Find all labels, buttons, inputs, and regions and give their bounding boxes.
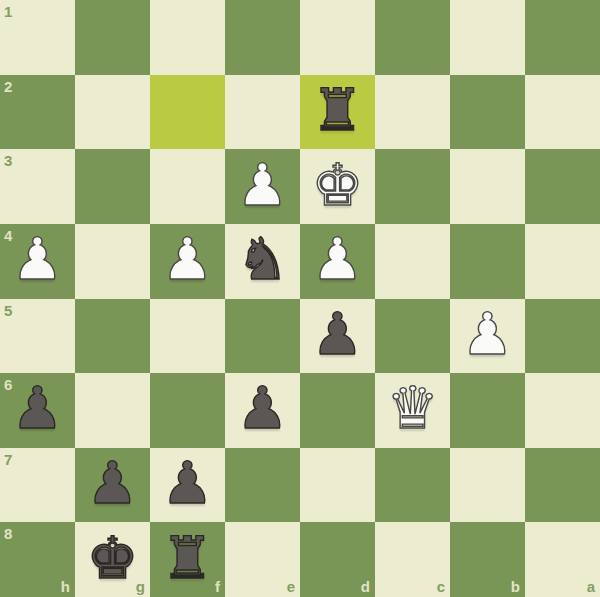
rank-label-1: 1 [4, 4, 12, 19]
piece-white-pawn-h4[interactable]: ♟ [12, 230, 64, 288]
rank-label-3: 3 [4, 153, 12, 168]
square-a8[interactable]: a [525, 522, 600, 597]
square-c2[interactable] [375, 75, 450, 150]
square-f5[interactable] [150, 299, 225, 374]
piece-black-pawn-f7[interactable]: ♟ [162, 454, 214, 512]
square-e2[interactable] [225, 75, 300, 150]
square-c1[interactable] [375, 0, 450, 75]
square-e4[interactable]: ♞ [225, 224, 300, 299]
file-label-e: e [287, 579, 295, 594]
file-label-b: b [511, 579, 520, 594]
square-h4[interactable]: 4♟ [0, 224, 75, 299]
square-d4[interactable]: ♟ [300, 224, 375, 299]
square-g2[interactable] [75, 75, 150, 150]
piece-black-rook-f8[interactable]: ♜ [162, 529, 214, 587]
square-d2[interactable]: ♜ [300, 75, 375, 150]
square-f1[interactable] [150, 0, 225, 75]
square-b5[interactable]: ♟ [450, 299, 525, 374]
piece-white-pawn-f4[interactable]: ♟ [162, 230, 214, 288]
square-g3[interactable] [75, 149, 150, 224]
rank-label-5: 5 [4, 303, 12, 318]
square-c3[interactable] [375, 149, 450, 224]
square-a4[interactable] [525, 224, 600, 299]
square-g5[interactable] [75, 299, 150, 374]
square-b7[interactable] [450, 448, 525, 523]
square-b3[interactable] [450, 149, 525, 224]
square-h3[interactable]: 3 [0, 149, 75, 224]
square-b8[interactable]: b [450, 522, 525, 597]
square-b6[interactable] [450, 373, 525, 448]
square-a3[interactable] [525, 149, 600, 224]
piece-black-pawn-d5[interactable]: ♟ [312, 305, 364, 363]
square-e6[interactable]: ♟ [225, 373, 300, 448]
square-c6[interactable]: ♛ [375, 373, 450, 448]
square-g7[interactable]: ♟ [75, 448, 150, 523]
square-d1[interactable] [300, 0, 375, 75]
piece-black-pawn-e6[interactable]: ♟ [237, 379, 289, 437]
piece-black-pawn-g7[interactable]: ♟ [87, 454, 139, 512]
square-g6[interactable] [75, 373, 150, 448]
square-d6[interactable] [300, 373, 375, 448]
chess-board: 12♜3♟♚4♟♟♞♟5♟♟6♟♟♛7♟♟8hg♚f♜edcba [0, 0, 600, 597]
square-f8[interactable]: f♜ [150, 522, 225, 597]
piece-white-queen-c6[interactable]: ♛ [387, 379, 439, 437]
square-c7[interactable] [375, 448, 450, 523]
square-c5[interactable] [375, 299, 450, 374]
square-b1[interactable] [450, 0, 525, 75]
square-a5[interactable] [525, 299, 600, 374]
square-a6[interactable] [525, 373, 600, 448]
square-e5[interactable] [225, 299, 300, 374]
square-d3[interactable]: ♚ [300, 149, 375, 224]
piece-white-king-d3[interactable]: ♚ [312, 156, 364, 214]
square-f2[interactable] [150, 75, 225, 150]
square-d5[interactable]: ♟ [300, 299, 375, 374]
rank-label-7: 7 [4, 452, 12, 467]
square-e3[interactable]: ♟ [225, 149, 300, 224]
square-h5[interactable]: 5 [0, 299, 75, 374]
piece-black-king-g8[interactable]: ♚ [87, 529, 139, 587]
square-c8[interactable]: c [375, 522, 450, 597]
square-g8[interactable]: g♚ [75, 522, 150, 597]
file-label-f: f [215, 579, 220, 594]
square-h7[interactable]: 7 [0, 448, 75, 523]
piece-black-pawn-h6[interactable]: ♟ [12, 379, 64, 437]
rank-label-8: 8 [4, 526, 12, 541]
square-g4[interactable] [75, 224, 150, 299]
file-label-d: d [361, 579, 370, 594]
square-e8[interactable]: e [225, 522, 300, 597]
rank-label-2: 2 [4, 79, 12, 94]
square-h2[interactable]: 2 [0, 75, 75, 150]
file-label-c: c [437, 579, 445, 594]
square-f4[interactable]: ♟ [150, 224, 225, 299]
square-a1[interactable] [525, 0, 600, 75]
square-b4[interactable] [450, 224, 525, 299]
square-c4[interactable] [375, 224, 450, 299]
piece-black-rook-d2[interactable]: ♜ [312, 81, 364, 139]
square-h1[interactable]: 1 [0, 0, 75, 75]
square-d7[interactable] [300, 448, 375, 523]
piece-white-pawn-b5[interactable]: ♟ [462, 305, 514, 363]
square-a2[interactable] [525, 75, 600, 150]
square-h6[interactable]: 6♟ [0, 373, 75, 448]
square-e7[interactable] [225, 448, 300, 523]
square-a7[interactable] [525, 448, 600, 523]
file-label-h: h [61, 579, 70, 594]
square-f6[interactable] [150, 373, 225, 448]
square-g1[interactable] [75, 0, 150, 75]
square-f7[interactable]: ♟ [150, 448, 225, 523]
square-h8[interactable]: 8h [0, 522, 75, 597]
piece-white-pawn-d4[interactable]: ♟ [312, 230, 364, 288]
piece-black-knight-e4[interactable]: ♞ [237, 230, 289, 288]
piece-white-pawn-e3[interactable]: ♟ [237, 156, 289, 214]
square-b2[interactable] [450, 75, 525, 150]
square-e1[interactable] [225, 0, 300, 75]
file-label-a: a [587, 579, 595, 594]
square-d8[interactable]: d [300, 522, 375, 597]
square-f3[interactable] [150, 149, 225, 224]
chess-board-container: 12♜3♟♚4♟♟♞♟5♟♟6♟♟♛7♟♟8hg♚f♜edcba [0, 0, 600, 597]
